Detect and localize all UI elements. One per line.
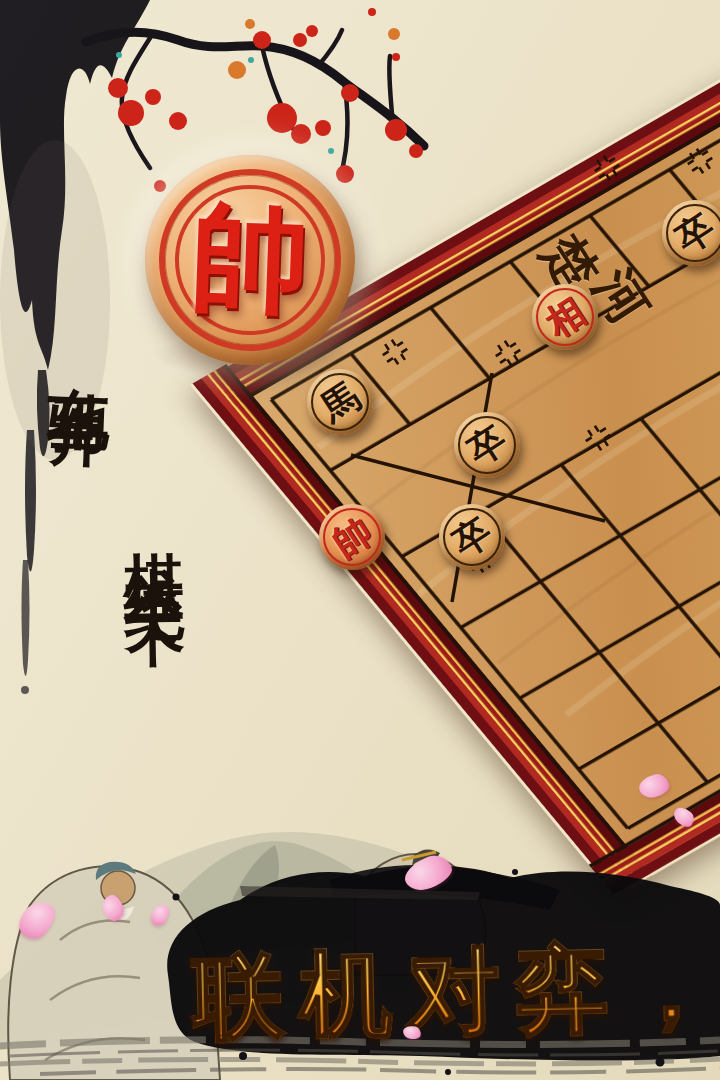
piece-black-horse[interactable]: 馬 — [307, 369, 373, 435]
splash-screen: 楚 河 卒 相 馬 卒 帥 卒 帥 车驰马奔 棋术绝天下 — [0, 0, 720, 1080]
banner-title: 联机对弈， — [191, 924, 720, 1060]
piece-red-elephant[interactable]: 相 — [532, 284, 598, 350]
piece-black-soldier[interactable]: 卒 — [454, 412, 520, 478]
slogan-column-2: 棋术绝天下 — [122, 502, 183, 583]
piece-black-soldier[interactable]: 卒 — [439, 504, 505, 570]
hero-piece-red-general[interactable]: 帥 — [145, 155, 355, 365]
hero-piece-glyph: 帥 — [141, 151, 358, 368]
piece-black-soldier[interactable]: 卒 — [662, 200, 720, 266]
piece-red-general[interactable]: 帥 — [319, 504, 385, 570]
slogan-column-1: 车驰马奔 — [50, 335, 113, 365]
